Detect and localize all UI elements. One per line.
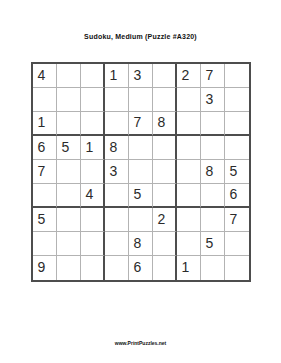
cell-r8c7[interactable] xyxy=(177,232,201,256)
given-digit: 2 xyxy=(182,68,190,82)
cell-r8c6[interactable] xyxy=(153,232,177,256)
given-digit: 5 xyxy=(230,164,238,178)
given-digit: 4 xyxy=(38,68,46,82)
given-digit: 1 xyxy=(38,115,46,129)
cell-r8c3[interactable] xyxy=(81,232,105,256)
cell-r2c8[interactable]: 3 xyxy=(201,88,225,112)
cell-r6c9[interactable]: 6 xyxy=(225,184,249,208)
cell-r8c4[interactable] xyxy=(105,232,129,256)
cell-r4c7[interactable] xyxy=(177,136,201,160)
cell-r7c5[interactable] xyxy=(129,208,153,232)
cell-r4c9[interactable] xyxy=(225,136,249,160)
cell-r8c8[interactable]: 5 xyxy=(201,232,225,256)
sudoku-board: 4132731786518738545652785961 xyxy=(31,62,251,282)
given-digit: 9 xyxy=(38,260,46,274)
cell-r5c8[interactable]: 8 xyxy=(201,160,225,184)
cell-r1c1[interactable]: 4 xyxy=(33,64,57,88)
given-digit: 7 xyxy=(134,115,142,129)
cell-r7c2[interactable] xyxy=(57,208,81,232)
given-digit: 3 xyxy=(110,164,118,178)
cell-r3c5[interactable]: 7 xyxy=(129,112,153,136)
cell-r1c7[interactable]: 2 xyxy=(177,64,201,88)
given-digit: 4 xyxy=(86,187,94,201)
cell-r9c4[interactable] xyxy=(105,256,129,280)
given-digit: 8 xyxy=(158,115,166,129)
cell-r9c7[interactable]: 1 xyxy=(177,256,201,280)
cell-r6c1[interactable] xyxy=(33,184,57,208)
given-digit: 7 xyxy=(230,212,238,226)
cell-r2c7[interactable] xyxy=(177,88,201,112)
cell-r5c5[interactable] xyxy=(129,160,153,184)
cell-r9c1[interactable]: 9 xyxy=(33,256,57,280)
cell-r9c3[interactable] xyxy=(81,256,105,280)
given-digit: 6 xyxy=(38,140,46,154)
cell-r9c9[interactable] xyxy=(225,256,249,280)
cell-r4c3[interactable]: 1 xyxy=(81,136,105,160)
cell-r4c4[interactable]: 8 xyxy=(105,136,129,160)
given-digit: 3 xyxy=(134,68,142,82)
cell-r7c9[interactable]: 7 xyxy=(225,208,249,232)
cell-r6c5[interactable]: 5 xyxy=(129,184,153,208)
cell-r1c3[interactable] xyxy=(81,64,105,88)
cell-r1c5[interactable]: 3 xyxy=(129,64,153,88)
cell-r2c5[interactable] xyxy=(129,88,153,112)
cell-r1c6[interactable] xyxy=(153,64,177,88)
given-digit: 5 xyxy=(38,212,46,226)
cell-r3c6[interactable]: 8 xyxy=(153,112,177,136)
cell-r4c8[interactable] xyxy=(201,136,225,160)
cell-r2c4[interactable] xyxy=(105,88,129,112)
cell-r6c2[interactable] xyxy=(57,184,81,208)
cell-r6c4[interactable] xyxy=(105,184,129,208)
footer-url: www.PrintPuzzles.net xyxy=(0,340,281,346)
cell-r7c1[interactable]: 5 xyxy=(33,208,57,232)
given-digit: 2 xyxy=(158,212,166,226)
given-digit: 5 xyxy=(134,187,142,201)
cell-r1c8[interactable]: 7 xyxy=(201,64,225,88)
cell-r1c4[interactable]: 1 xyxy=(105,64,129,88)
cell-r2c2[interactable] xyxy=(57,88,81,112)
cell-r1c2[interactable] xyxy=(57,64,81,88)
cell-r7c6[interactable]: 2 xyxy=(153,208,177,232)
cell-r3c4[interactable] xyxy=(105,112,129,136)
given-digit: 8 xyxy=(134,236,142,250)
cell-r8c1[interactable] xyxy=(33,232,57,256)
cell-r5c9[interactable]: 5 xyxy=(225,160,249,184)
cell-r2c6[interactable] xyxy=(153,88,177,112)
given-digit: 7 xyxy=(38,164,46,178)
cell-r4c1[interactable]: 6 xyxy=(33,136,57,160)
cell-r4c6[interactable] xyxy=(153,136,177,160)
given-digit: 7 xyxy=(206,68,214,82)
cell-r6c7[interactable] xyxy=(177,184,201,208)
cell-r5c6[interactable] xyxy=(153,160,177,184)
cell-r5c2[interactable] xyxy=(57,160,81,184)
given-digit: 1 xyxy=(110,68,118,82)
cell-r9c6[interactable] xyxy=(153,256,177,280)
given-digit: 5 xyxy=(62,140,70,154)
sudoku-page: Sudoku, Medium (Puzzle #A320) 4132731786… xyxy=(0,0,281,363)
given-digit: 8 xyxy=(206,164,214,178)
given-digit: 1 xyxy=(86,140,94,154)
puzzle-title: Sudoku, Medium (Puzzle #A320) xyxy=(0,33,281,40)
cell-r2c1[interactable] xyxy=(33,88,57,112)
given-digit: 6 xyxy=(134,260,142,274)
cell-r2c9[interactable] xyxy=(225,88,249,112)
cell-r7c3[interactable] xyxy=(81,208,105,232)
cell-r5c7[interactable] xyxy=(177,160,201,184)
cell-r9c8[interactable] xyxy=(201,256,225,280)
given-digit: 1 xyxy=(182,260,190,274)
cell-r6c3[interactable]: 4 xyxy=(81,184,105,208)
cell-r6c8[interactable] xyxy=(201,184,225,208)
cell-r8c5[interactable]: 8 xyxy=(129,232,153,256)
cell-r3c8[interactable] xyxy=(201,112,225,136)
cell-r3c7[interactable] xyxy=(177,112,201,136)
cell-r9c2[interactable] xyxy=(57,256,81,280)
cell-r5c3[interactable] xyxy=(81,160,105,184)
cell-r5c4[interactable]: 3 xyxy=(105,160,129,184)
cell-r4c2[interactable]: 5 xyxy=(57,136,81,160)
cell-r6c6[interactable] xyxy=(153,184,177,208)
given-digit: 5 xyxy=(206,236,214,250)
cell-r3c3[interactable] xyxy=(81,112,105,136)
cell-r8c9[interactable] xyxy=(225,232,249,256)
cell-r3c2[interactable] xyxy=(57,112,81,136)
cell-r7c8[interactable] xyxy=(201,208,225,232)
cell-r7c4[interactable] xyxy=(105,208,129,232)
cell-r3c9[interactable] xyxy=(225,112,249,136)
given-digit: 6 xyxy=(230,187,238,201)
cell-r8c2[interactable] xyxy=(57,232,81,256)
cell-r2c3[interactable] xyxy=(81,88,105,112)
given-digit: 8 xyxy=(110,140,118,154)
cell-r9c5[interactable]: 6 xyxy=(129,256,153,280)
cell-r3c1[interactable]: 1 xyxy=(33,112,57,136)
cell-r4c5[interactable] xyxy=(129,136,153,160)
cell-r1c9[interactable] xyxy=(225,64,249,88)
cell-r7c7[interactable] xyxy=(177,208,201,232)
cell-r5c1[interactable]: 7 xyxy=(33,160,57,184)
given-digit: 3 xyxy=(206,92,214,106)
